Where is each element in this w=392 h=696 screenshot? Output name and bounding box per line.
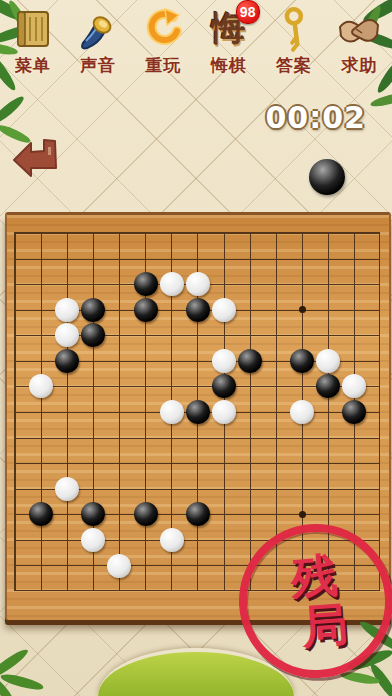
board-cell-r7c5[interactable] <box>106 374 132 400</box>
back-button-notch <box>48 147 51 155</box>
board-cell-r4c14[interactable] <box>341 297 367 323</box>
board-cell-r4c13[interactable] <box>315 297 341 323</box>
board-cell-r5c3[interactable] <box>54 322 80 348</box>
board-cell-r8c4[interactable] <box>80 399 106 425</box>
board-cell-r2c5[interactable] <box>106 246 132 272</box>
board-cell-r5c13[interactable] <box>315 322 341 348</box>
app-screen: 菜单声音重玩悔98悔棋答案求助 00:02 残 局 <box>0 0 392 696</box>
board-cell-r7c4[interactable] <box>80 374 106 400</box>
board-cell-r3c8[interactable] <box>185 271 211 297</box>
black-stone <box>81 502 105 526</box>
board-cell-r10c11[interactable] <box>263 450 289 476</box>
board-cell-r7c8[interactable] <box>185 374 211 400</box>
board-cell-r15c3[interactable] <box>54 578 80 604</box>
board-cell-r7c10[interactable] <box>237 374 263 400</box>
board-cell-r14c4[interactable] <box>80 553 106 579</box>
board-cell-r1c1[interactable] <box>2 220 28 246</box>
board-cell-r3c12[interactable] <box>289 271 315 297</box>
board-cell-r1c3[interactable] <box>54 220 80 246</box>
board-cell-r7c15[interactable] <box>367 374 392 400</box>
board-cell-r9c7[interactable] <box>159 425 185 451</box>
board-cell-r4c2[interactable] <box>28 297 54 323</box>
board-cell-r12c5[interactable] <box>106 502 132 528</box>
board-cell-r15c8[interactable] <box>185 578 211 604</box>
board-cell-r13c3[interactable] <box>54 527 80 553</box>
board-cell-r8c8[interactable] <box>185 399 211 425</box>
black-stone <box>134 272 158 296</box>
menu-label: 菜单 <box>15 54 51 77</box>
board-cell-r2c12[interactable] <box>289 246 315 272</box>
board-cell-r11c9[interactable] <box>211 476 237 502</box>
board-cell-r10c2[interactable] <box>28 450 54 476</box>
board-cell-r11c2[interactable] <box>28 476 54 502</box>
board-cell-r8c5[interactable] <box>106 399 132 425</box>
board-cell-r1c13[interactable] <box>315 220 341 246</box>
board-cell-r9c9[interactable] <box>211 425 237 451</box>
board-cell-r3c5[interactable] <box>106 271 132 297</box>
board-cell-r5c14[interactable] <box>341 322 367 348</box>
answer-icon <box>271 4 317 54</box>
board-cell-r3c3[interactable] <box>54 271 80 297</box>
board-cell-r10c13[interactable] <box>315 450 341 476</box>
menu-icon <box>10 4 56 54</box>
white-stone <box>81 528 105 552</box>
board-cell-r4c5[interactable] <box>106 297 132 323</box>
board-cell-r10c9[interactable] <box>211 450 237 476</box>
board-cell-r6c10[interactable] <box>237 348 263 374</box>
board-cell-r3c9[interactable] <box>211 271 237 297</box>
undo-label: 悔棋 <box>211 54 247 77</box>
board-cell-r7c14[interactable] <box>341 374 367 400</box>
board-cell-r13c6[interactable] <box>132 527 158 553</box>
black-stone <box>186 502 210 526</box>
board-cell-r6c5[interactable] <box>106 348 132 374</box>
board-cell-r4c10[interactable] <box>237 297 263 323</box>
board-cell-r8c1[interactable] <box>2 399 28 425</box>
toolbar-item-answer[interactable]: 答案 <box>264 4 324 77</box>
white-stone <box>342 374 366 398</box>
board-cell-r13c9[interactable] <box>211 527 237 553</box>
board-cell-r4c8[interactable] <box>185 297 211 323</box>
board-cell-r1c14[interactable] <box>341 220 367 246</box>
board-cell-r6c2[interactable] <box>28 348 54 374</box>
board-cell-r15c2[interactable] <box>28 578 54 604</box>
board-cell-r7c2[interactable] <box>28 374 54 400</box>
board-cell-r6c11[interactable] <box>263 348 289 374</box>
board-cell-r7c11[interactable] <box>263 374 289 400</box>
board-cell-r1c9[interactable] <box>211 220 237 246</box>
board-cell-r10c14[interactable] <box>341 450 367 476</box>
board-cell-r6c13[interactable] <box>315 348 341 374</box>
sound-label: 声音 <box>80 54 116 77</box>
board-cell-r5c10[interactable] <box>237 322 263 348</box>
board-cell-r8c9[interactable] <box>211 399 237 425</box>
board-cell-r4c1[interactable] <box>2 297 28 323</box>
toolbar-item-menu[interactable]: 菜单 <box>3 4 63 77</box>
white-stone <box>316 349 340 373</box>
board-cell-r1c8[interactable] <box>185 220 211 246</box>
board-cell-r6c3[interactable] <box>54 348 80 374</box>
board-cell-r14c3[interactable] <box>54 553 80 579</box>
board-cell-r3c1[interactable] <box>2 271 28 297</box>
board-cell-r13c5[interactable] <box>106 527 132 553</box>
board-cell-r6c14[interactable] <box>341 348 367 374</box>
board-cell-r2c13[interactable] <box>315 246 341 272</box>
board-cell-r8c14[interactable] <box>341 399 367 425</box>
board-cell-r13c7[interactable] <box>159 527 185 553</box>
board-cell-r9c8[interactable] <box>185 425 211 451</box>
board-cell-r1c5[interactable] <box>106 220 132 246</box>
toolbar-item-sound[interactable]: 声音 <box>68 4 128 77</box>
board-cell-r9c12[interactable] <box>289 425 315 451</box>
board-cell-r10c5[interactable] <box>106 450 132 476</box>
board-cell-r1c12[interactable] <box>289 220 315 246</box>
white-stone <box>160 528 184 552</box>
board-cell-r11c6[interactable] <box>132 476 158 502</box>
answer-label: 答案 <box>276 54 312 77</box>
board-cell-r2c9[interactable] <box>211 246 237 272</box>
board-cell-r9c10[interactable] <box>237 425 263 451</box>
board-cell-r9c13[interactable] <box>315 425 341 451</box>
board-cell-r11c5[interactable] <box>106 476 132 502</box>
board-cell-r12c7[interactable] <box>159 502 185 528</box>
board-cell-r1c10[interactable] <box>237 220 263 246</box>
board-cell-r4c15[interactable] <box>367 297 392 323</box>
stamp-char-2: 局 <box>300 599 349 652</box>
board-cell-r5c9[interactable] <box>211 322 237 348</box>
board-cell-r9c3[interactable] <box>54 425 80 451</box>
board-cell-r6c6[interactable] <box>132 348 158 374</box>
undo-icon: 悔98 <box>206 4 252 54</box>
black-stone <box>29 502 53 526</box>
board-cell-r10c7[interactable] <box>159 450 185 476</box>
replay-icon <box>140 4 186 54</box>
board-cell-r5c15[interactable] <box>367 322 392 348</box>
black-stone <box>134 298 158 322</box>
undo-count-badge: 98 <box>236 0 260 24</box>
sound-icon <box>75 4 121 54</box>
board-cell-r2c7[interactable] <box>159 246 185 272</box>
board-cell-r1c2[interactable] <box>28 220 54 246</box>
white-stone <box>160 400 184 424</box>
board-cell-r4c4[interactable] <box>80 297 106 323</box>
board-cell-r10c15[interactable] <box>367 450 392 476</box>
board-cell-r9c6[interactable] <box>132 425 158 451</box>
board-cell-r8c13[interactable] <box>315 399 341 425</box>
black-stone <box>212 374 236 398</box>
board-cell-r9c2[interactable] <box>28 425 54 451</box>
board-cell-r9c15[interactable] <box>367 425 392 451</box>
board-cell-r2c6[interactable] <box>132 246 158 272</box>
board-cell-r6c12[interactable] <box>289 348 315 374</box>
toolbar: 菜单声音重玩悔98悔棋答案求助 <box>0 4 392 77</box>
board-cell-r9c11[interactable] <box>263 425 289 451</box>
board-cell-r5c8[interactable] <box>185 322 211 348</box>
board-cell-r2c1[interactable] <box>2 246 28 272</box>
board-cell-r12c9[interactable] <box>211 502 237 528</box>
board-cell-r1c4[interactable] <box>80 220 106 246</box>
board-cell-r2c2[interactable] <box>28 246 54 272</box>
board-cell-r2c8[interactable] <box>185 246 211 272</box>
white-stone <box>55 298 79 322</box>
board-cell-r3c2[interactable] <box>28 271 54 297</box>
black-stone <box>134 502 158 526</box>
board-cell-r7c12[interactable] <box>289 374 315 400</box>
white-stone <box>29 374 53 398</box>
board-cell-r5c4[interactable] <box>80 322 106 348</box>
board-cell-r10c4[interactable] <box>80 450 106 476</box>
board-cell-r4c9[interactable] <box>211 297 237 323</box>
board-cell-r7c7[interactable] <box>159 374 185 400</box>
board-cell-r10c10[interactable] <box>237 450 263 476</box>
replay-label: 重玩 <box>145 54 181 77</box>
toolbar-item-undo[interactable]: 悔98悔棋 <box>199 4 259 77</box>
black-stone <box>55 349 79 373</box>
board-cell-r7c13[interactable] <box>315 374 341 400</box>
board-cell-r6c15[interactable] <box>367 348 392 374</box>
white-stone <box>55 323 79 347</box>
board-cell-r15c4[interactable] <box>80 578 106 604</box>
board-cell-r3c7[interactable] <box>159 271 185 297</box>
turn-indicator-black-stone <box>309 159 345 195</box>
black-stone <box>186 298 210 322</box>
board-cell-r9c1[interactable] <box>2 425 28 451</box>
board-cell-r12c1[interactable] <box>2 502 28 528</box>
board-cell-r12c10[interactable] <box>237 502 263 528</box>
board-cell-r12c6[interactable] <box>132 502 158 528</box>
board-cell-r9c4[interactable] <box>80 425 106 451</box>
board-cell-r4c3[interactable] <box>54 297 80 323</box>
white-stone <box>212 298 236 322</box>
board-cell-r14c5[interactable] <box>106 553 132 579</box>
back-button[interactable] <box>10 134 60 182</box>
board-cell-r10c8[interactable] <box>185 450 211 476</box>
board-cell-r10c12[interactable] <box>289 450 315 476</box>
board-cell-r14c6[interactable] <box>132 553 158 579</box>
board-cell-r3c15[interactable] <box>367 271 392 297</box>
board-cell-r5c12[interactable] <box>289 322 315 348</box>
board-cell-r3c13[interactable] <box>315 271 341 297</box>
board-cell-r3c6[interactable] <box>132 271 158 297</box>
board-cell-r14c1[interactable] <box>2 553 28 579</box>
help-icon <box>336 4 382 54</box>
stamp-char-1: 残 <box>290 550 339 603</box>
board-cell-r6c7[interactable] <box>159 348 185 374</box>
board-cell-r1c7[interactable] <box>159 220 185 246</box>
white-stone <box>212 349 236 373</box>
board-cell-r5c6[interactable] <box>132 322 158 348</box>
board-cell-r4c7[interactable] <box>159 297 185 323</box>
board-cell-r13c1[interactable] <box>2 527 28 553</box>
board-cell-r11c8[interactable] <box>185 476 211 502</box>
board-cell-r8c7[interactable] <box>159 399 185 425</box>
toolbar-item-replay[interactable]: 重玩 <box>133 4 193 77</box>
board-cell-r4c6[interactable] <box>132 297 158 323</box>
help-label: 求助 <box>341 54 377 77</box>
board-cell-r2c4[interactable] <box>80 246 106 272</box>
board-cell-r5c11[interactable] <box>263 322 289 348</box>
board-cell-r13c4[interactable] <box>80 527 106 553</box>
board-cell-r10c1[interactable] <box>2 450 28 476</box>
white-stone <box>55 477 79 501</box>
board-cell-r11c10[interactable] <box>237 476 263 502</box>
board-cell-r12c4[interactable] <box>80 502 106 528</box>
board-cell-r11c14[interactable] <box>341 476 367 502</box>
black-stone <box>316 374 340 398</box>
board-cell-r12c8[interactable] <box>185 502 211 528</box>
board-cell-r15c7[interactable] <box>159 578 185 604</box>
white-stone <box>290 400 314 424</box>
board-cell-r5c5[interactable] <box>106 322 132 348</box>
board-cell-r7c9[interactable] <box>211 374 237 400</box>
board-cell-r7c6[interactable] <box>132 374 158 400</box>
board-cell-r2c11[interactable] <box>263 246 289 272</box>
black-stone <box>186 400 210 424</box>
board-cell-r14c2[interactable] <box>28 553 54 579</box>
white-stone <box>107 554 131 578</box>
black-stone <box>81 298 105 322</box>
board-cell-r6c8[interactable] <box>185 348 211 374</box>
bamboo-leaves-bottom-left <box>0 634 82 696</box>
black-stone <box>238 349 262 373</box>
board-cell-r4c11[interactable] <box>263 297 289 323</box>
board-cell-r5c2[interactable] <box>28 322 54 348</box>
board-cell-r2c10[interactable] <box>237 246 263 272</box>
board-cell-r11c7[interactable] <box>159 476 185 502</box>
board-cell-r3c14[interactable] <box>341 271 367 297</box>
board-cell-r8c3[interactable] <box>54 399 80 425</box>
board-cell-r1c15[interactable] <box>367 220 392 246</box>
white-stone <box>186 272 210 296</box>
board-cell-r14c7[interactable] <box>159 553 185 579</box>
star-point <box>299 511 306 518</box>
board-cell-r7c1[interactable] <box>2 374 28 400</box>
board-cell-r15c6[interactable] <box>132 578 158 604</box>
board-cell-r6c1[interactable] <box>2 348 28 374</box>
timer: 00:02 <box>266 100 367 135</box>
board-cell-r15c9[interactable] <box>211 578 237 604</box>
board-cell-r11c11[interactable] <box>263 476 289 502</box>
board-cell-r5c7[interactable] <box>159 322 185 348</box>
board-cell-r1c11[interactable] <box>263 220 289 246</box>
board-cell-r11c4[interactable] <box>80 476 106 502</box>
board-cell-r7c3[interactable] <box>54 374 80 400</box>
board-cell-r8c2[interactable] <box>28 399 54 425</box>
board-cell-r11c1[interactable] <box>2 476 28 502</box>
board-cell-r12c11[interactable] <box>263 502 289 528</box>
board-cell-r12c3[interactable] <box>54 502 80 528</box>
board-cell-r1c6[interactable] <box>132 220 158 246</box>
board-cell-r12c15[interactable] <box>367 502 392 528</box>
white-stone <box>212 400 236 424</box>
board-cell-r8c11[interactable] <box>263 399 289 425</box>
board-cell-r14c9[interactable] <box>211 553 237 579</box>
board-cell-r10c6[interactable] <box>132 450 158 476</box>
board-cell-r11c12[interactable] <box>289 476 315 502</box>
board-cell-r3c10[interactable] <box>237 271 263 297</box>
board-cell-r11c3[interactable] <box>54 476 80 502</box>
black-stone <box>342 400 366 424</box>
board-cell-r3c11[interactable] <box>263 271 289 297</box>
board-cell-r2c15[interactable] <box>367 246 392 272</box>
board-cell-r5c1[interactable] <box>2 322 28 348</box>
board-cell-r8c6[interactable] <box>132 399 158 425</box>
board-cell-r3c4[interactable] <box>80 271 106 297</box>
black-stone <box>81 323 105 347</box>
board-cell-r11c13[interactable] <box>315 476 341 502</box>
board-cell-r10c3[interactable] <box>54 450 80 476</box>
board-cell-r8c12[interactable] <box>289 399 315 425</box>
board-cell-r6c4[interactable] <box>80 348 106 374</box>
board-cell-r13c8[interactable] <box>185 527 211 553</box>
board-cell-r2c14[interactable] <box>341 246 367 272</box>
board-cell-r15c1[interactable] <box>2 578 28 604</box>
board-cell-r8c15[interactable] <box>367 399 392 425</box>
star-point <box>299 306 306 313</box>
board-cell-r12c14[interactable] <box>341 502 367 528</box>
board-cell-r14c8[interactable] <box>185 553 211 579</box>
board-cell-r8c10[interactable] <box>237 399 263 425</box>
board-cell-r2c3[interactable] <box>54 246 80 272</box>
board-cell-r9c5[interactable] <box>106 425 132 451</box>
white-stone <box>160 272 184 296</box>
black-stone <box>290 349 314 373</box>
board-cell-r11c15[interactable] <box>367 476 392 502</box>
board-cell-r6c9[interactable] <box>211 348 237 374</box>
board-cell-r12c2[interactable] <box>28 502 54 528</box>
toolbar-item-help[interactable]: 求助 <box>329 4 389 77</box>
board-cell-r9c14[interactable] <box>341 425 367 451</box>
board-cell-r4c12[interactable] <box>289 297 315 323</box>
board-cell-r15c5[interactable] <box>106 578 132 604</box>
board-cell-r13c2[interactable] <box>28 527 54 553</box>
